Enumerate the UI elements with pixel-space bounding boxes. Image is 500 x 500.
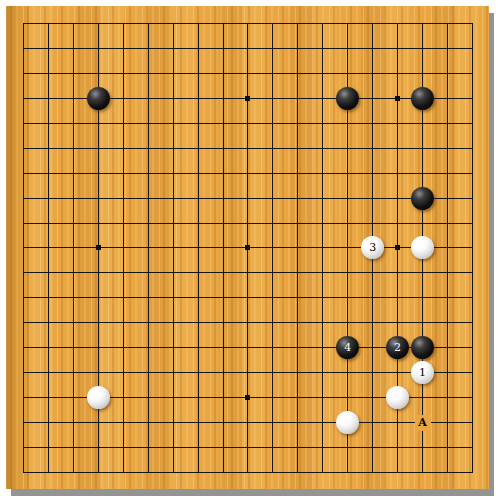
grid-line-vertical	[447, 23, 448, 473]
grid-line-vertical	[472, 23, 473, 473]
stone-black-o16[interactable]	[336, 87, 359, 110]
grid-line-vertical	[297, 23, 298, 473]
grid-line-horizontal	[23, 272, 473, 273]
stone-white-q4[interactable]	[386, 386, 409, 409]
move-number-1: 1	[419, 367, 426, 378]
grid-line-horizontal	[23, 372, 473, 373]
stone-black-r16[interactable]	[411, 87, 434, 110]
star-point	[245, 245, 250, 250]
move-number-2: 2	[394, 342, 401, 353]
stone-white-r10[interactable]	[411, 236, 434, 259]
page: 1234A	[0, 0, 500, 500]
stone-black-r12[interactable]	[411, 187, 434, 210]
grid-line-horizontal	[23, 322, 473, 323]
stone-white-r5[interactable]: 1	[411, 361, 434, 384]
star-point	[395, 245, 400, 250]
grid-line-horizontal	[23, 447, 473, 448]
move-number-3: 3	[369, 242, 376, 253]
grid-line-vertical	[272, 23, 273, 473]
star-point	[245, 96, 250, 101]
stone-white-o3[interactable]	[336, 411, 359, 434]
grid-line-horizontal	[23, 472, 473, 473]
grid-line-vertical	[322, 23, 323, 473]
star-point	[96, 245, 101, 250]
stone-black-q6[interactable]: 2	[386, 336, 409, 359]
grid-line-horizontal	[23, 422, 473, 423]
stone-black-r6[interactable]	[411, 336, 434, 359]
stone-white-d4[interactable]	[87, 386, 110, 409]
move-number-4: 4	[344, 342, 351, 353]
marker-a-r3: A	[415, 415, 431, 431]
go-board[interactable]: 1234A	[6, 6, 489, 489]
star-point	[245, 395, 250, 400]
stone-black-o6[interactable]: 4	[336, 336, 359, 359]
grid-line-horizontal	[23, 297, 473, 298]
stone-white-p10[interactable]: 3	[361, 236, 384, 259]
star-point	[395, 96, 400, 101]
stone-black-d16[interactable]	[87, 87, 110, 110]
